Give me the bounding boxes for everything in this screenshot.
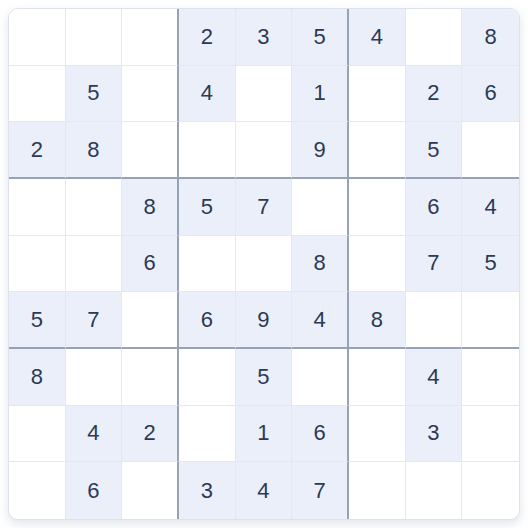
given-digit: 3 (257, 26, 269, 48)
cell-r6c8[interactable] (406, 292, 463, 349)
given-digit: 8 (314, 252, 326, 274)
given-digit: 5 (257, 366, 269, 388)
given-digit: 5 (201, 196, 213, 218)
cell-r5c3[interactable]: 6 (122, 236, 179, 293)
cell-r6c4[interactable]: 6 (179, 292, 236, 349)
cell-r6c2[interactable]: 7 (66, 292, 123, 349)
cell-r5c4[interactable] (179, 236, 236, 293)
cell-r9c7[interactable] (349, 462, 406, 519)
cell-r2c7[interactable] (349, 66, 406, 123)
given-digit: 2 (144, 422, 156, 444)
given-digit: 3 (201, 480, 213, 502)
cell-r2c3[interactable] (122, 66, 179, 123)
cell-r9c1[interactable] (9, 462, 66, 519)
cell-r5c7[interactable] (349, 236, 406, 293)
cell-r1c8[interactable] (406, 9, 463, 66)
given-digit: 4 (314, 309, 326, 331)
given-digit: 5 (87, 82, 99, 104)
cell-r4c6[interactable] (292, 179, 349, 236)
given-digit: 8 (144, 196, 156, 218)
cell-r3c3[interactable] (122, 122, 179, 179)
cell-r8c7[interactable] (349, 406, 406, 463)
cell-r6c5[interactable]: 9 (236, 292, 293, 349)
cell-r3c9[interactable] (462, 122, 519, 179)
cell-r9c3[interactable] (122, 462, 179, 519)
cell-r8c8[interactable]: 3 (406, 406, 463, 463)
cell-r3c4[interactable] (179, 122, 236, 179)
cell-r2c8[interactable]: 2 (406, 66, 463, 123)
cell-r1c5[interactable]: 3 (236, 9, 293, 66)
given-digit: 7 (314, 480, 326, 502)
cell-r5c9[interactable]: 5 (462, 236, 519, 293)
cell-r3c8[interactable]: 5 (406, 122, 463, 179)
given-digit: 2 (31, 139, 43, 161)
given-digit: 6 (144, 252, 156, 274)
given-digit: 7 (257, 196, 269, 218)
cell-r7c2[interactable] (66, 349, 123, 406)
given-digit: 9 (257, 309, 269, 331)
given-digit: 2 (427, 82, 439, 104)
sudoku-grid: 2354854126289585764687557694885442163634… (9, 9, 519, 519)
given-digit: 3 (427, 422, 439, 444)
cell-r9c5[interactable]: 4 (236, 462, 293, 519)
given-digit: 1 (257, 422, 269, 444)
cell-r1c6[interactable]: 5 (292, 9, 349, 66)
cell-r8c3[interactable]: 2 (122, 406, 179, 463)
cell-r9c6[interactable]: 7 (292, 462, 349, 519)
given-digit: 8 (87, 139, 99, 161)
cell-r6c6[interactable]: 4 (292, 292, 349, 349)
cell-r2c9[interactable]: 6 (462, 66, 519, 123)
given-digit: 4 (87, 422, 99, 444)
given-digit: 8 (31, 366, 43, 388)
given-digit: 5 (314, 26, 326, 48)
cell-r7c6[interactable] (292, 349, 349, 406)
given-digit: 4 (371, 26, 383, 48)
cell-r7c9[interactable] (462, 349, 519, 406)
cell-r4c3[interactable]: 8 (122, 179, 179, 236)
cell-r7c5[interactable]: 5 (236, 349, 293, 406)
cell-r6c3[interactable] (122, 292, 179, 349)
cell-r8c4[interactable] (179, 406, 236, 463)
given-digit: 4 (485, 196, 497, 218)
given-digit: 4 (257, 480, 269, 502)
cell-r5c6[interactable]: 8 (292, 236, 349, 293)
cell-r3c5[interactable] (236, 122, 293, 179)
cell-r4c9[interactable]: 4 (462, 179, 519, 236)
given-digit: 9 (314, 139, 326, 161)
page: 2354854126289585764687557694885442163634… (0, 0, 528, 528)
given-digit: 6 (485, 82, 497, 104)
cell-r4c2[interactable] (66, 179, 123, 236)
cell-r8c1[interactable] (9, 406, 66, 463)
given-digit: 4 (201, 82, 213, 104)
given-digit: 5 (31, 309, 43, 331)
given-digit: 6 (201, 309, 213, 331)
cell-r3c2[interactable]: 8 (66, 122, 123, 179)
given-digit: 2 (201, 26, 213, 48)
given-digit: 6 (87, 480, 99, 502)
cell-r1c3[interactable] (122, 9, 179, 66)
cell-r2c6[interactable]: 1 (292, 66, 349, 123)
cell-r9c8[interactable] (406, 462, 463, 519)
cell-r1c4[interactable]: 2 (179, 9, 236, 66)
cell-r1c9[interactable]: 8 (462, 9, 519, 66)
cell-r3c1[interactable]: 2 (9, 122, 66, 179)
cell-r9c2[interactable]: 6 (66, 462, 123, 519)
sudoku-board: 2354854126289585764687557694885442163634… (8, 8, 520, 520)
cell-r2c1[interactable] (9, 66, 66, 123)
given-digit: 7 (427, 252, 439, 274)
cell-r1c7[interactable]: 4 (349, 9, 406, 66)
cell-r2c5[interactable] (236, 66, 293, 123)
cell-r7c7[interactable] (349, 349, 406, 406)
given-digit: 5 (485, 252, 497, 274)
cell-r4c4[interactable]: 5 (179, 179, 236, 236)
given-digit: 1 (314, 82, 326, 104)
cell-r5c5[interactable] (236, 236, 293, 293)
cell-r4c7[interactable] (349, 179, 406, 236)
given-digit: 5 (427, 139, 439, 161)
cell-r7c1[interactable]: 8 (9, 349, 66, 406)
cell-r1c2[interactable] (66, 9, 123, 66)
cell-r8c5[interactable]: 1 (236, 406, 293, 463)
given-digit: 7 (87, 309, 99, 331)
cell-r7c3[interactable] (122, 349, 179, 406)
cell-r5c1[interactable] (9, 236, 66, 293)
given-digit: 8 (485, 26, 497, 48)
cell-r9c4[interactable]: 3 (179, 462, 236, 519)
cell-r2c4[interactable]: 4 (179, 66, 236, 123)
cell-r5c2[interactable] (66, 236, 123, 293)
cell-r3c7[interactable] (349, 122, 406, 179)
cell-r4c5[interactable]: 7 (236, 179, 293, 236)
cell-r8c9[interactable] (462, 406, 519, 463)
given-digit: 4 (427, 366, 439, 388)
cell-r3c6[interactable]: 9 (292, 122, 349, 179)
cell-r8c2[interactable]: 4 (66, 406, 123, 463)
cell-r5c8[interactable]: 7 (406, 236, 463, 293)
cell-r9c9[interactable] (462, 462, 519, 519)
cell-r7c4[interactable] (179, 349, 236, 406)
cell-r4c8[interactable]: 6 (406, 179, 463, 236)
given-digit: 8 (371, 309, 383, 331)
given-digit: 6 (314, 422, 326, 444)
cell-r4c1[interactable] (9, 179, 66, 236)
cell-r6c7[interactable]: 8 (349, 292, 406, 349)
cell-r7c8[interactable]: 4 (406, 349, 463, 406)
cell-r6c1[interactable]: 5 (9, 292, 66, 349)
cell-r1c1[interactable] (9, 9, 66, 66)
cell-r8c6[interactable]: 6 (292, 406, 349, 463)
cell-r2c2[interactable]: 5 (66, 66, 123, 123)
cell-r6c9[interactable] (462, 292, 519, 349)
given-digit: 6 (427, 196, 439, 218)
